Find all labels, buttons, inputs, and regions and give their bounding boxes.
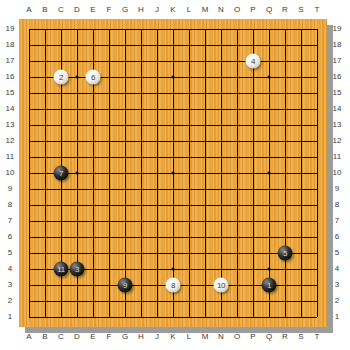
board-intersection-O4[interactable] bbox=[229, 261, 245, 277]
board-intersection-B14[interactable] bbox=[37, 101, 53, 117]
board-intersection-J16[interactable] bbox=[149, 69, 165, 85]
board-intersection-O6[interactable] bbox=[229, 229, 245, 245]
board-intersection-L16[interactable] bbox=[181, 69, 197, 85]
board-intersection-R15[interactable] bbox=[277, 85, 293, 101]
board-intersection-N10[interactable] bbox=[213, 165, 229, 181]
board-intersection-P6[interactable] bbox=[245, 229, 261, 245]
board-intersection-N14[interactable] bbox=[213, 101, 229, 117]
board-intersection-F10[interactable] bbox=[101, 165, 117, 181]
board-intersection-F7[interactable] bbox=[101, 213, 117, 229]
board-intersection-B16[interactable] bbox=[37, 69, 53, 85]
board-intersection-G6[interactable] bbox=[117, 229, 133, 245]
board-intersection-O12[interactable] bbox=[229, 133, 245, 149]
board-intersection-Q11[interactable] bbox=[261, 149, 277, 165]
board-intersection-K3[interactable]: 8 bbox=[165, 277, 181, 293]
board-intersection-M11[interactable] bbox=[197, 149, 213, 165]
board-intersection-A13[interactable] bbox=[21, 117, 37, 133]
board-intersection-E17[interactable] bbox=[85, 53, 101, 69]
board-intersection-G14[interactable] bbox=[117, 101, 133, 117]
board-intersection-A17[interactable] bbox=[21, 53, 37, 69]
board-intersection-J14[interactable] bbox=[149, 101, 165, 117]
board-intersection-R13[interactable] bbox=[277, 117, 293, 133]
board-intersection-T14[interactable] bbox=[309, 101, 325, 117]
board-intersection-R5[interactable]: 5 bbox=[277, 245, 293, 261]
board-intersection-R11[interactable] bbox=[277, 149, 293, 165]
board-intersection-P19[interactable] bbox=[245, 21, 261, 37]
board-intersection-T8[interactable] bbox=[309, 197, 325, 213]
board-intersection-L10[interactable] bbox=[181, 165, 197, 181]
board-intersection-Q2[interactable] bbox=[261, 293, 277, 309]
board-intersection-Q17[interactable] bbox=[261, 53, 277, 69]
board-intersection-L17[interactable] bbox=[181, 53, 197, 69]
board-intersection-O7[interactable] bbox=[229, 213, 245, 229]
board-intersection-K12[interactable] bbox=[165, 133, 181, 149]
board-intersection-S13[interactable] bbox=[293, 117, 309, 133]
board-intersection-N9[interactable] bbox=[213, 181, 229, 197]
board-intersection-H8[interactable] bbox=[133, 197, 149, 213]
board-intersection-G8[interactable] bbox=[117, 197, 133, 213]
board-intersection-J5[interactable] bbox=[149, 245, 165, 261]
board-intersection-F8[interactable] bbox=[101, 197, 117, 213]
board-intersection-T10[interactable] bbox=[309, 165, 325, 181]
board-intersection-O8[interactable] bbox=[229, 197, 245, 213]
board-intersection-N8[interactable] bbox=[213, 197, 229, 213]
board-intersection-L9[interactable] bbox=[181, 181, 197, 197]
board-intersection-F11[interactable] bbox=[101, 149, 117, 165]
board-intersection-A11[interactable] bbox=[21, 149, 37, 165]
board-intersection-E9[interactable] bbox=[85, 181, 101, 197]
board-intersection-Q13[interactable] bbox=[261, 117, 277, 133]
board-intersection-L15[interactable] bbox=[181, 85, 197, 101]
board-intersection-M16[interactable] bbox=[197, 69, 213, 85]
board-intersection-B13[interactable] bbox=[37, 117, 53, 133]
board-intersection-E13[interactable] bbox=[85, 117, 101, 133]
board-intersection-H13[interactable] bbox=[133, 117, 149, 133]
board-intersection-N13[interactable] bbox=[213, 117, 229, 133]
board-intersection-S17[interactable] bbox=[293, 53, 309, 69]
board-intersection-N19[interactable] bbox=[213, 21, 229, 37]
board-intersection-O10[interactable] bbox=[229, 165, 245, 181]
board-intersection-N16[interactable] bbox=[213, 69, 229, 85]
board-intersection-F9[interactable] bbox=[101, 181, 117, 197]
board-intersection-N3[interactable]: 10 bbox=[213, 277, 229, 293]
board-intersection-K1[interactable] bbox=[165, 309, 181, 325]
board-intersection-E6[interactable] bbox=[85, 229, 101, 245]
board-intersection-O14[interactable] bbox=[229, 101, 245, 117]
board-intersection-E12[interactable] bbox=[85, 133, 101, 149]
board-intersection-H6[interactable] bbox=[133, 229, 149, 245]
board-intersection-G9[interactable] bbox=[117, 181, 133, 197]
board-intersection-F15[interactable] bbox=[101, 85, 117, 101]
board-intersection-L6[interactable] bbox=[181, 229, 197, 245]
board-intersection-L11[interactable] bbox=[181, 149, 197, 165]
board-intersection-T1[interactable] bbox=[309, 309, 325, 325]
board-intersection-Q16[interactable] bbox=[261, 69, 277, 85]
board-intersection-O16[interactable] bbox=[229, 69, 245, 85]
board-intersection-P7[interactable] bbox=[245, 213, 261, 229]
board-intersection-P11[interactable] bbox=[245, 149, 261, 165]
board-intersection-H2[interactable] bbox=[133, 293, 149, 309]
board-intersection-F17[interactable] bbox=[101, 53, 117, 69]
board-intersection-R1[interactable] bbox=[277, 309, 293, 325]
board-intersection-A1[interactable] bbox=[21, 309, 37, 325]
board-intersection-N7[interactable] bbox=[213, 213, 229, 229]
board-intersection-Q1[interactable] bbox=[261, 309, 277, 325]
board-intersection-N11[interactable] bbox=[213, 149, 229, 165]
board-intersection-E11[interactable] bbox=[85, 149, 101, 165]
board-intersection-D18[interactable] bbox=[69, 37, 85, 53]
board-intersection-D13[interactable] bbox=[69, 117, 85, 133]
board-intersection-B8[interactable] bbox=[37, 197, 53, 213]
board-intersection-B9[interactable] bbox=[37, 181, 53, 197]
board-intersection-R17[interactable] bbox=[277, 53, 293, 69]
board-intersection-H1[interactable] bbox=[133, 309, 149, 325]
board-intersection-D14[interactable] bbox=[69, 101, 85, 117]
board-intersection-G17[interactable] bbox=[117, 53, 133, 69]
board-intersection-F6[interactable] bbox=[101, 229, 117, 245]
board-intersection-B1[interactable] bbox=[37, 309, 53, 325]
board-intersection-A3[interactable] bbox=[21, 277, 37, 293]
board-intersection-C16[interactable]: 2 bbox=[53, 69, 69, 85]
board-intersection-O3[interactable] bbox=[229, 277, 245, 293]
board-intersection-L4[interactable] bbox=[181, 261, 197, 277]
board-intersection-G11[interactable] bbox=[117, 149, 133, 165]
board-intersection-K4[interactable] bbox=[165, 261, 181, 277]
board-intersection-H14[interactable] bbox=[133, 101, 149, 117]
board-intersection-S19[interactable] bbox=[293, 21, 309, 37]
board-intersection-C10[interactable]: 7 bbox=[53, 165, 69, 181]
board-intersection-M13[interactable] bbox=[197, 117, 213, 133]
board-intersection-M4[interactable] bbox=[197, 261, 213, 277]
board-intersection-O15[interactable] bbox=[229, 85, 245, 101]
board-intersection-H16[interactable] bbox=[133, 69, 149, 85]
board-intersection-R4[interactable] bbox=[277, 261, 293, 277]
board-intersection-E19[interactable] bbox=[85, 21, 101, 37]
board-intersection-E4[interactable] bbox=[85, 261, 101, 277]
board-intersection-J19[interactable] bbox=[149, 21, 165, 37]
board-intersection-K9[interactable] bbox=[165, 181, 181, 197]
board-intersection-S16[interactable] bbox=[293, 69, 309, 85]
board-intersection-K17[interactable] bbox=[165, 53, 181, 69]
board-intersection-E16[interactable]: 6 bbox=[85, 69, 101, 85]
board-intersection-J12[interactable] bbox=[149, 133, 165, 149]
board-intersection-C1[interactable] bbox=[53, 309, 69, 325]
board-intersection-D15[interactable] bbox=[69, 85, 85, 101]
board-intersection-S4[interactable] bbox=[293, 261, 309, 277]
board-intersection-N5[interactable] bbox=[213, 245, 229, 261]
board-intersection-O9[interactable] bbox=[229, 181, 245, 197]
board-intersection-T3[interactable] bbox=[309, 277, 325, 293]
board-intersection-T16[interactable] bbox=[309, 69, 325, 85]
board-intersection-S3[interactable] bbox=[293, 277, 309, 293]
board-intersection-L14[interactable] bbox=[181, 101, 197, 117]
board-intersection-J18[interactable] bbox=[149, 37, 165, 53]
board-intersection-K13[interactable] bbox=[165, 117, 181, 133]
board-intersection-K15[interactable] bbox=[165, 85, 181, 101]
board-intersection-P18[interactable] bbox=[245, 37, 261, 53]
board-intersection-R6[interactable] bbox=[277, 229, 293, 245]
board-intersection-G19[interactable] bbox=[117, 21, 133, 37]
board-intersection-S14[interactable] bbox=[293, 101, 309, 117]
board-intersection-G4[interactable] bbox=[117, 261, 133, 277]
board-intersection-N1[interactable] bbox=[213, 309, 229, 325]
board-intersection-A7[interactable] bbox=[21, 213, 37, 229]
board-intersection-C3[interactable] bbox=[53, 277, 69, 293]
board-intersection-G1[interactable] bbox=[117, 309, 133, 325]
board-intersection-T17[interactable] bbox=[309, 53, 325, 69]
board-intersection-Q9[interactable] bbox=[261, 181, 277, 197]
board-intersection-M14[interactable] bbox=[197, 101, 213, 117]
board-intersection-G7[interactable] bbox=[117, 213, 133, 229]
board-intersection-D12[interactable] bbox=[69, 133, 85, 149]
board-intersection-C2[interactable] bbox=[53, 293, 69, 309]
board-intersection-K14[interactable] bbox=[165, 101, 181, 117]
board-intersection-H4[interactable] bbox=[133, 261, 149, 277]
board-intersection-C4[interactable]: 11 bbox=[53, 261, 69, 277]
board-intersection-L5[interactable] bbox=[181, 245, 197, 261]
board-intersection-K5[interactable] bbox=[165, 245, 181, 261]
board-intersection-M18[interactable] bbox=[197, 37, 213, 53]
board-intersection-T18[interactable] bbox=[309, 37, 325, 53]
board-intersection-J6[interactable] bbox=[149, 229, 165, 245]
board-intersection-R2[interactable] bbox=[277, 293, 293, 309]
board-intersection-R7[interactable] bbox=[277, 213, 293, 229]
board-intersection-C19[interactable] bbox=[53, 21, 69, 37]
board-intersection-E5[interactable] bbox=[85, 245, 101, 261]
board-intersection-T6[interactable] bbox=[309, 229, 325, 245]
board-intersection-F4[interactable] bbox=[101, 261, 117, 277]
board-intersection-S9[interactable] bbox=[293, 181, 309, 197]
board-intersection-C6[interactable] bbox=[53, 229, 69, 245]
board-intersection-H15[interactable] bbox=[133, 85, 149, 101]
board-intersection-F3[interactable] bbox=[101, 277, 117, 293]
board-intersection-J13[interactable] bbox=[149, 117, 165, 133]
board-intersection-P2[interactable] bbox=[245, 293, 261, 309]
board-intersection-T7[interactable] bbox=[309, 213, 325, 229]
board-intersection-Q8[interactable] bbox=[261, 197, 277, 213]
board-intersection-D10[interactable] bbox=[69, 165, 85, 181]
board-intersection-K16[interactable] bbox=[165, 69, 181, 85]
board-intersection-J1[interactable] bbox=[149, 309, 165, 325]
board-intersection-H17[interactable] bbox=[133, 53, 149, 69]
board-intersection-P1[interactable] bbox=[245, 309, 261, 325]
board-intersection-D6[interactable] bbox=[69, 229, 85, 245]
board-intersection-C5[interactable] bbox=[53, 245, 69, 261]
board-intersection-B19[interactable] bbox=[37, 21, 53, 37]
board-intersection-C8[interactable] bbox=[53, 197, 69, 213]
board-intersection-T13[interactable] bbox=[309, 117, 325, 133]
board-intersection-T9[interactable] bbox=[309, 181, 325, 197]
board-intersection-E14[interactable] bbox=[85, 101, 101, 117]
board-intersection-A19[interactable] bbox=[21, 21, 37, 37]
board-intersection-R8[interactable] bbox=[277, 197, 293, 213]
board-intersection-E15[interactable] bbox=[85, 85, 101, 101]
board-intersection-E3[interactable] bbox=[85, 277, 101, 293]
board-intersection-Q18[interactable] bbox=[261, 37, 277, 53]
board-intersection-G3[interactable]: 9 bbox=[117, 277, 133, 293]
board-intersection-T12[interactable] bbox=[309, 133, 325, 149]
board-intersection-M8[interactable] bbox=[197, 197, 213, 213]
board-intersection-S10[interactable] bbox=[293, 165, 309, 181]
board-intersection-H3[interactable] bbox=[133, 277, 149, 293]
board-intersection-F14[interactable] bbox=[101, 101, 117, 117]
board-intersection-Q5[interactable] bbox=[261, 245, 277, 261]
board-intersection-P17[interactable]: 4 bbox=[245, 53, 261, 69]
board-intersection-A16[interactable] bbox=[21, 69, 37, 85]
board-intersection-J10[interactable] bbox=[149, 165, 165, 181]
board-intersection-R10[interactable] bbox=[277, 165, 293, 181]
board-intersection-D7[interactable] bbox=[69, 213, 85, 229]
board-intersection-P4[interactable] bbox=[245, 261, 261, 277]
board-intersection-J3[interactable] bbox=[149, 277, 165, 293]
board-intersection-G16[interactable] bbox=[117, 69, 133, 85]
board-intersection-S8[interactable] bbox=[293, 197, 309, 213]
board-intersection-O13[interactable] bbox=[229, 117, 245, 133]
board-intersection-C17[interactable] bbox=[53, 53, 69, 69]
board-intersection-H5[interactable] bbox=[133, 245, 149, 261]
board-intersection-B17[interactable] bbox=[37, 53, 53, 69]
board-intersection-R16[interactable] bbox=[277, 69, 293, 85]
board-intersection-R9[interactable] bbox=[277, 181, 293, 197]
board-intersection-N17[interactable] bbox=[213, 53, 229, 69]
board-intersection-J17[interactable] bbox=[149, 53, 165, 69]
board-intersection-B18[interactable] bbox=[37, 37, 53, 53]
board-intersection-G15[interactable] bbox=[117, 85, 133, 101]
board-intersection-M17[interactable] bbox=[197, 53, 213, 69]
board-intersection-K10[interactable] bbox=[165, 165, 181, 181]
board-intersection-J11[interactable] bbox=[149, 149, 165, 165]
board-intersection-B15[interactable] bbox=[37, 85, 53, 101]
board-intersection-P3[interactable] bbox=[245, 277, 261, 293]
board-intersection-C14[interactable] bbox=[53, 101, 69, 117]
board-intersection-L18[interactable] bbox=[181, 37, 197, 53]
board-intersection-L2[interactable] bbox=[181, 293, 197, 309]
board-intersection-L12[interactable] bbox=[181, 133, 197, 149]
board-intersection-G18[interactable] bbox=[117, 37, 133, 53]
board-intersection-C13[interactable] bbox=[53, 117, 69, 133]
board-intersection-A9[interactable] bbox=[21, 181, 37, 197]
board-intersection-B10[interactable] bbox=[37, 165, 53, 181]
board-intersection-C7[interactable] bbox=[53, 213, 69, 229]
board-intersection-O11[interactable] bbox=[229, 149, 245, 165]
board-intersection-M10[interactable] bbox=[197, 165, 213, 181]
board-intersection-Q7[interactable] bbox=[261, 213, 277, 229]
board-intersection-H19[interactable] bbox=[133, 21, 149, 37]
board-intersection-L1[interactable] bbox=[181, 309, 197, 325]
board-intersection-R3[interactable] bbox=[277, 277, 293, 293]
board-intersection-M15[interactable] bbox=[197, 85, 213, 101]
board-intersection-L7[interactable] bbox=[181, 213, 197, 229]
board-intersection-O18[interactable] bbox=[229, 37, 245, 53]
board-intersection-A8[interactable] bbox=[21, 197, 37, 213]
board-intersection-S7[interactable] bbox=[293, 213, 309, 229]
board-intersection-F18[interactable] bbox=[101, 37, 117, 53]
board-intersection-P10[interactable] bbox=[245, 165, 261, 181]
board-intersection-J9[interactable] bbox=[149, 181, 165, 197]
board-intersection-T11[interactable] bbox=[309, 149, 325, 165]
board-intersection-D16[interactable] bbox=[69, 69, 85, 85]
board-intersection-C18[interactable] bbox=[53, 37, 69, 53]
board-intersection-P8[interactable] bbox=[245, 197, 261, 213]
board-intersection-A14[interactable] bbox=[21, 101, 37, 117]
board-intersection-Q12[interactable] bbox=[261, 133, 277, 149]
board-intersection-J15[interactable] bbox=[149, 85, 165, 101]
board-intersection-S2[interactable] bbox=[293, 293, 309, 309]
board-intersection-D1[interactable] bbox=[69, 309, 85, 325]
board-intersection-A4[interactable] bbox=[21, 261, 37, 277]
board-intersection-T5[interactable] bbox=[309, 245, 325, 261]
board-intersection-Q4[interactable] bbox=[261, 261, 277, 277]
board-intersection-S15[interactable] bbox=[293, 85, 309, 101]
board-intersection-Q3[interactable]: 1 bbox=[261, 277, 277, 293]
board-intersection-F16[interactable] bbox=[101, 69, 117, 85]
board-intersection-K8[interactable] bbox=[165, 197, 181, 213]
board-intersection-J7[interactable] bbox=[149, 213, 165, 229]
board-intersection-O2[interactable] bbox=[229, 293, 245, 309]
board-intersection-D19[interactable] bbox=[69, 21, 85, 37]
board-intersection-N4[interactable] bbox=[213, 261, 229, 277]
board-intersection-Q19[interactable] bbox=[261, 21, 277, 37]
board-intersection-M9[interactable] bbox=[197, 181, 213, 197]
board-intersection-H9[interactable] bbox=[133, 181, 149, 197]
board-intersection-N12[interactable] bbox=[213, 133, 229, 149]
board-intersection-T15[interactable] bbox=[309, 85, 325, 101]
board-intersection-Q15[interactable] bbox=[261, 85, 277, 101]
board-intersection-B3[interactable] bbox=[37, 277, 53, 293]
board-intersection-F2[interactable] bbox=[101, 293, 117, 309]
board-intersection-B11[interactable] bbox=[37, 149, 53, 165]
board-intersection-K18[interactable] bbox=[165, 37, 181, 53]
board-intersection-Q6[interactable] bbox=[261, 229, 277, 245]
board-intersection-O1[interactable] bbox=[229, 309, 245, 325]
board-intersection-P13[interactable] bbox=[245, 117, 261, 133]
board-intersection-N6[interactable] bbox=[213, 229, 229, 245]
board-intersection-O19[interactable] bbox=[229, 21, 245, 37]
board-intersection-M1[interactable] bbox=[197, 309, 213, 325]
board-intersection-E2[interactable] bbox=[85, 293, 101, 309]
board-intersection-D3[interactable] bbox=[69, 277, 85, 293]
board-intersection-E7[interactable] bbox=[85, 213, 101, 229]
board-intersection-B2[interactable] bbox=[37, 293, 53, 309]
board-intersection-F19[interactable] bbox=[101, 21, 117, 37]
board-intersection-N15[interactable] bbox=[213, 85, 229, 101]
board-intersection-K11[interactable] bbox=[165, 149, 181, 165]
board-intersection-K7[interactable] bbox=[165, 213, 181, 229]
board-intersection-G12[interactable] bbox=[117, 133, 133, 149]
board-intersection-T4[interactable] bbox=[309, 261, 325, 277]
board-intersection-R18[interactable] bbox=[277, 37, 293, 53]
board-intersection-E1[interactable] bbox=[85, 309, 101, 325]
board-intersection-F5[interactable] bbox=[101, 245, 117, 261]
board-intersection-F1[interactable] bbox=[101, 309, 117, 325]
board-intersection-E8[interactable] bbox=[85, 197, 101, 213]
board-intersection-M3[interactable] bbox=[197, 277, 213, 293]
board-intersection-S12[interactable] bbox=[293, 133, 309, 149]
board-intersection-J2[interactable] bbox=[149, 293, 165, 309]
board-intersection-G10[interactable] bbox=[117, 165, 133, 181]
board-intersection-H10[interactable] bbox=[133, 165, 149, 181]
board-intersection-P9[interactable] bbox=[245, 181, 261, 197]
board-intersection-D8[interactable] bbox=[69, 197, 85, 213]
board-intersection-H18[interactable] bbox=[133, 37, 149, 53]
board-intersection-T2[interactable] bbox=[309, 293, 325, 309]
board-intersection-H7[interactable] bbox=[133, 213, 149, 229]
board-intersection-S5[interactable] bbox=[293, 245, 309, 261]
board-intersection-O5[interactable] bbox=[229, 245, 245, 261]
board-intersection-E10[interactable] bbox=[85, 165, 101, 181]
board-intersection-S6[interactable] bbox=[293, 229, 309, 245]
board-intersection-P16[interactable] bbox=[245, 69, 261, 85]
